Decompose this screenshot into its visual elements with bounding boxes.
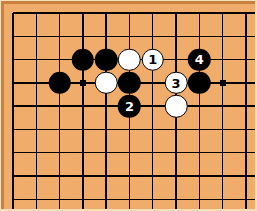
grid-line-horizontal (13, 82, 25, 83)
board-point: 4 (188, 48, 211, 71)
board-point (71, 95, 94, 118)
stone-white-move-1: 1 (141, 48, 164, 71)
grid-line-vertical (59, 25, 60, 48)
board-point (48, 188, 71, 209)
star-point (80, 80, 86, 86)
grid-line-vertical (222, 13, 223, 25)
board-point (141, 1, 164, 24)
grid-line-vertical (245, 95, 246, 118)
board-point (48, 141, 71, 164)
stone-black (188, 72, 211, 95)
board-point (95, 164, 118, 187)
grid-line-horizontal (13, 12, 25, 14)
grid-line-vertical (222, 141, 223, 164)
board-point (118, 188, 141, 209)
grid-line-vertical (36, 25, 37, 48)
stone-white (95, 72, 118, 95)
board-point (71, 164, 94, 187)
board-point (188, 141, 211, 164)
grid-line-vertical (36, 71, 37, 94)
board-point (211, 1, 234, 24)
board-point (141, 141, 164, 164)
grid-line-vertical (82, 118, 83, 141)
grid-line-vertical (175, 48, 176, 71)
board-point (141, 25, 164, 48)
grid-line-vertical (36, 118, 37, 141)
board-point (164, 95, 187, 118)
board-point (1, 95, 24, 118)
board-point (71, 48, 94, 71)
board-point (71, 118, 94, 141)
board-point (188, 95, 211, 118)
board-point (188, 188, 211, 209)
grid-line-vertical (245, 118, 246, 141)
board-point (71, 1, 94, 24)
board-point (71, 71, 94, 94)
board-point (164, 48, 187, 71)
board-point (25, 188, 48, 209)
board-point (1, 48, 24, 71)
grid-line-vertical (105, 188, 106, 209)
board-point (234, 118, 255, 141)
grid-line-vertical (245, 25, 246, 48)
grid-line-vertical (199, 95, 200, 118)
board-point (48, 118, 71, 141)
board-point (234, 1, 255, 24)
grid-line-vertical (152, 71, 153, 94)
board-point (211, 141, 234, 164)
board-point (188, 164, 211, 187)
grid-line-vertical (152, 95, 153, 118)
board-point (164, 25, 187, 48)
grid-line-vertical (105, 13, 106, 25)
grid-line-vertical (152, 25, 153, 48)
board-point (25, 164, 48, 187)
grid-line-horizontal (13, 199, 25, 200)
board-point (48, 164, 71, 187)
grid-line-vertical (82, 141, 83, 164)
board-point (141, 188, 164, 209)
grid-line-vertical (199, 188, 200, 209)
board-point (234, 71, 255, 94)
grid-line-vertical (105, 164, 106, 187)
grid-line-vertical (222, 164, 223, 187)
stone-black-move-4: 4 (188, 48, 211, 71)
grid-line-vertical (36, 188, 37, 209)
grid-line-vertical (245, 164, 246, 187)
board-point (48, 1, 71, 24)
board-point (188, 25, 211, 48)
board-point (95, 71, 118, 94)
grid-line-vertical (129, 118, 130, 141)
board-point (1, 188, 24, 209)
board-point (95, 1, 118, 24)
grid-line-vertical (129, 25, 130, 48)
board-point (1, 25, 24, 48)
board-point (118, 48, 141, 71)
grid-line-vertical (245, 141, 246, 164)
board-point (1, 141, 24, 164)
board-point (211, 71, 234, 94)
grid-line-vertical (129, 188, 130, 209)
board-point (234, 164, 255, 187)
board-point (95, 141, 118, 164)
grid-line-horizontal (13, 59, 25, 60)
grid-line-vertical (82, 188, 83, 209)
board-point (118, 164, 141, 187)
grid-line-vertical (222, 48, 223, 71)
grid-line-vertical (152, 13, 153, 25)
stone-black (95, 48, 118, 71)
board-point (118, 25, 141, 48)
board-point (234, 188, 255, 209)
board-point: 2 (118, 95, 141, 118)
go-diagram: 1432 (0, 0, 257, 211)
board-point (141, 71, 164, 94)
grid-line-vertical (175, 118, 176, 141)
board-point (141, 164, 164, 187)
board-point (211, 25, 234, 48)
grid-line-vertical (82, 95, 83, 118)
grid-line-vertical (59, 164, 60, 187)
grid-line-vertical (105, 25, 106, 48)
grid-line-vertical (175, 13, 176, 25)
board-point (95, 48, 118, 71)
grid-line-vertical (245, 48, 246, 71)
stone-white-move-3: 3 (165, 72, 188, 95)
board-point (164, 1, 187, 24)
grid-line-vertical (12, 48, 14, 71)
board-point (118, 141, 141, 164)
board-point (188, 71, 211, 94)
board-point (211, 118, 234, 141)
board-point (71, 141, 94, 164)
grid-line-vertical (82, 13, 83, 25)
board-point (234, 25, 255, 48)
board-point (211, 95, 234, 118)
grid-line-vertical (105, 95, 106, 118)
board-point (48, 71, 71, 94)
board-point (141, 95, 164, 118)
grid-line-vertical (175, 25, 176, 48)
grid-line-vertical (152, 118, 153, 141)
grid-line-vertical (36, 164, 37, 187)
grid-line-vertical (59, 48, 60, 71)
board-point (1, 118, 24, 141)
grid-line-vertical (152, 188, 153, 209)
grid-line-vertical (12, 25, 14, 48)
board-point: 1 (141, 48, 164, 71)
board-point (164, 141, 187, 164)
board-point (1, 71, 24, 94)
board-point (95, 118, 118, 141)
board-point (188, 118, 211, 141)
star-point (220, 80, 226, 86)
grid-line-vertical (129, 141, 130, 164)
grid-line-vertical (199, 25, 200, 48)
board-point (118, 71, 141, 94)
stone-white (165, 95, 188, 118)
grid-line-vertical (152, 164, 153, 187)
grid-line-vertical (175, 141, 176, 164)
board-point (95, 188, 118, 209)
board-point (164, 164, 187, 187)
grid-line-vertical (245, 13, 246, 25)
board-point (211, 188, 234, 209)
board-point (95, 95, 118, 118)
board-point (211, 48, 234, 71)
board-point (141, 118, 164, 141)
grid-line-vertical (36, 95, 37, 118)
board-point (48, 25, 71, 48)
grid-line-vertical (199, 118, 200, 141)
grid-line-vertical (222, 118, 223, 141)
board-point (118, 118, 141, 141)
stone-black (48, 72, 71, 95)
board-point (164, 118, 187, 141)
board-point (188, 1, 211, 24)
board-point (71, 188, 94, 209)
grid-line-vertical (129, 13, 130, 25)
grid-line-vertical (12, 95, 14, 118)
grid-line-vertical (36, 48, 37, 71)
grid-line-vertical (199, 141, 200, 164)
board-point (95, 25, 118, 48)
grid-line-vertical (129, 164, 130, 187)
grid-line-vertical (12, 141, 14, 164)
grid-line-vertical (152, 141, 153, 164)
grid-line-horizontal (13, 36, 25, 37)
grid-line-vertical (222, 188, 223, 209)
board-point (25, 141, 48, 164)
grid-line-vertical (12, 71, 14, 94)
grid-line-vertical (36, 13, 37, 25)
grid-line-vertical (222, 95, 223, 118)
grid-line-vertical (199, 13, 200, 25)
grid-line-vertical (59, 13, 60, 25)
stone-black (72, 48, 95, 71)
stone-white (118, 48, 141, 71)
board-point (48, 95, 71, 118)
stone-black-move-2: 2 (118, 95, 141, 118)
board-point (25, 95, 48, 118)
grid-line-vertical (59, 118, 60, 141)
stone-black (118, 72, 141, 95)
board-point (234, 141, 255, 164)
grid-line-vertical (245, 71, 246, 94)
grid-line-horizontal (13, 105, 25, 106)
grid-line-vertical (199, 164, 200, 187)
board-point (48, 48, 71, 71)
grid-line-vertical (175, 188, 176, 209)
grid-line-vertical (82, 25, 83, 48)
board-point (25, 1, 48, 24)
grid-line-vertical (222, 25, 223, 48)
grid-line-vertical (36, 141, 37, 164)
board-point (234, 48, 255, 71)
board-point (1, 1, 24, 24)
grid-line-vertical (12, 13, 14, 25)
grid-line-vertical (59, 95, 60, 118)
board-frame: 1432 (1, 1, 255, 209)
board-point (25, 118, 48, 141)
board-point (1, 164, 24, 187)
board-point (211, 164, 234, 187)
board-point (234, 95, 255, 118)
board-point (71, 25, 94, 48)
grid-line-horizontal (13, 152, 25, 153)
grid-line-vertical (12, 118, 14, 141)
board-point: 3 (164, 71, 187, 94)
grid-line-vertical (105, 118, 106, 141)
board-point (118, 1, 141, 24)
board-point (25, 48, 48, 71)
grid-line-vertical (12, 164, 14, 187)
grid-line-vertical (59, 141, 60, 164)
grid-line-vertical (59, 188, 60, 209)
grid-line-horizontal (13, 175, 25, 176)
grid-line-vertical (82, 164, 83, 187)
board-point (164, 188, 187, 209)
grid-line-vertical (12, 188, 14, 209)
board-point (25, 25, 48, 48)
grid-line-vertical (105, 141, 106, 164)
grid-line-horizontal (13, 129, 25, 130)
go-board: 1432 (1, 1, 255, 209)
board-point (25, 71, 48, 94)
grid-line-vertical (245, 188, 246, 209)
grid-line-vertical (175, 164, 176, 187)
